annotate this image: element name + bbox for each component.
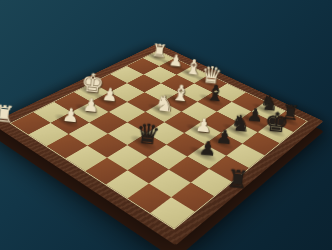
- square-g5[interactable]: ♝: [197, 92, 231, 111]
- captured-black-rook-icon: ♜: [219, 165, 256, 193]
- square-a8[interactable]: [150, 197, 194, 228]
- square-b2[interactable]: ♟: [51, 112, 90, 134]
- piece-white-knight[interactable]: ♞: [149, 91, 180, 115]
- piece-black-pawn[interactable]: ♟: [191, 138, 225, 160]
- square-g8[interactable]: ♚: [258, 122, 294, 144]
- board-grid: ♜♟♝♛♞♜♝♟♚♝♞♞♟♟♚♟♟♟♛♟: [11, 51, 306, 229]
- chess-board: ♜♟♝♛♞♜♝♟♚♝♞♞♟♟♚♟♟♟♛♟ ♜ ♜: [0, 43, 324, 245]
- piece-black-queen[interactable]: ♛: [131, 119, 165, 150]
- captured-white-rook-icon: ♜: [0, 102, 21, 128]
- piece-white-pawn[interactable]: ♟: [54, 105, 86, 127]
- piece-black-bishop[interactable]: ♝: [200, 81, 230, 105]
- scene-background: ♜♟♝♛♞♜♝♟♚♝♞♞♟♟♚♟♟♟♛♟ ♜ ♜: [0, 0, 332, 250]
- piece-black-king[interactable]: ♚: [260, 107, 293, 137]
- square-a4[interactable]: [66, 146, 107, 171]
